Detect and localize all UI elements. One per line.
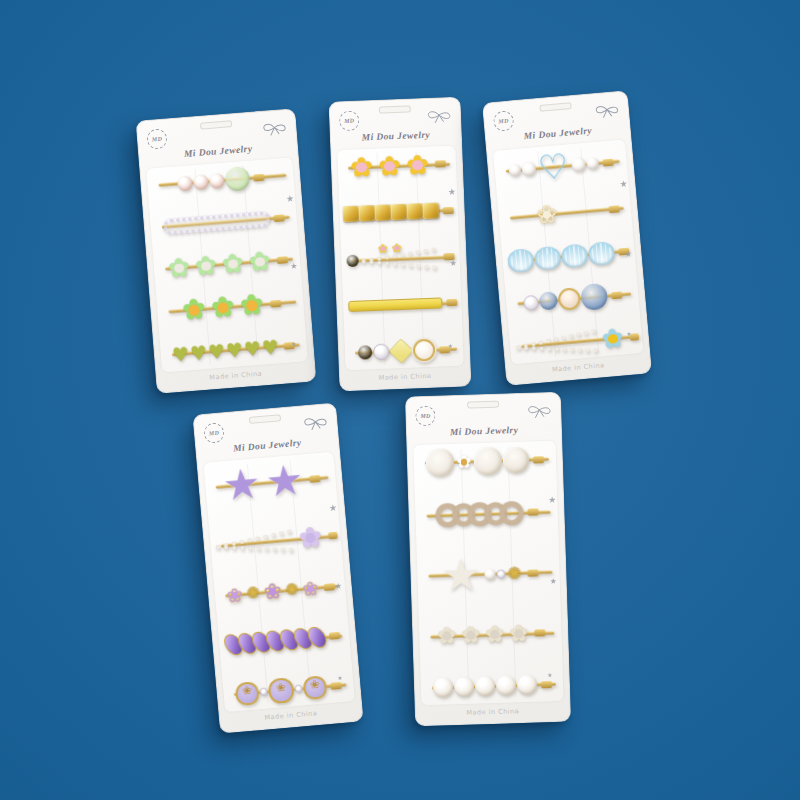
bead-rose: ❀ xyxy=(261,580,284,603)
bead-gem xyxy=(343,206,360,223)
blue-disc-pearl-dome-clip xyxy=(508,280,636,317)
bead-flower: ✿ xyxy=(377,242,389,254)
bead-flower: ✿ xyxy=(192,252,220,280)
brand-logo: MD xyxy=(493,110,515,132)
clip-rows: ✿★✺✿✿✿✿ xyxy=(417,445,561,701)
bead-flower: ✿ xyxy=(435,624,459,648)
cream-round-bead-clip xyxy=(424,671,561,701)
bead-shell xyxy=(587,240,615,265)
bead-pearl xyxy=(516,675,537,696)
star-accent-icon: ★ xyxy=(626,330,632,337)
brand-logo: MD xyxy=(339,110,360,131)
star-accent-icon: ★ xyxy=(291,339,297,346)
bead-flower: ✿ xyxy=(403,151,431,179)
white-starfish-pearl-clip: ★✺ xyxy=(420,550,557,598)
bead-diamond xyxy=(388,338,413,363)
bead-flower: ✿ xyxy=(237,290,267,320)
brand-title: Mi Dou Jewelry xyxy=(407,424,561,439)
hairclip-card-blue: MDMi Dou Jewelry♡❀✿★★★Made in China xyxy=(482,90,652,386)
bead-shell xyxy=(534,245,562,270)
bead-star: ★ xyxy=(219,462,265,508)
bead-disc xyxy=(538,291,558,311)
bead-rose: ❀ xyxy=(224,585,245,606)
star-accent-icon: ★ xyxy=(548,495,556,505)
bead-gem xyxy=(374,205,391,222)
made-in-label: Made in China xyxy=(340,370,470,383)
bead-flower: ✿ xyxy=(391,242,403,254)
green-flower-rhinestone-clip: ✿✿✿✿ xyxy=(156,246,298,283)
yellow-enamel-bar-clip xyxy=(346,290,459,320)
star-accent-icon: ★ xyxy=(328,502,337,513)
bead-shell xyxy=(507,248,535,273)
bead-gem xyxy=(422,203,439,220)
pearl-triangle-crystal-flower-clip: ✿ xyxy=(213,521,339,560)
purple-glitter-starfish-clip: ★★ xyxy=(207,456,334,509)
bead-disc xyxy=(224,166,250,192)
bead-rose: ❀ xyxy=(300,578,321,599)
bead-tri: ✿✿ xyxy=(359,247,440,270)
star-accent-icon: ★ xyxy=(337,673,343,680)
bead-leaf xyxy=(559,206,584,219)
brand-title: Mi Dou Jewelry xyxy=(331,129,461,144)
hairclip-card-yellow: MDMi Dou Jewelry✿✿✿✿✿★★★Made in China xyxy=(328,97,471,392)
hairclip-card-purple: MDMi Dou Jewelry★★✿❀✺❀✺❀★★★Made in China xyxy=(192,402,363,733)
bead-flower: ✿ xyxy=(507,622,531,646)
ribbon-bow-icon xyxy=(426,107,453,125)
bead-rh xyxy=(496,569,505,578)
blue-shell-row-clip xyxy=(505,237,633,274)
bead-flower: ✿ xyxy=(165,254,193,282)
blue-backdrop: MDMi Dou Jewelry✿✿✿✿✿✿✿♥♥♥♥♥♥★★★Made in … xyxy=(0,0,800,800)
star-accent-icon: ★ xyxy=(624,249,632,259)
star-accent-icon: ★ xyxy=(290,262,298,272)
bead-shell xyxy=(561,243,589,268)
bead-leaf xyxy=(510,210,535,223)
iridescent-rhinestone-rectangle-clip xyxy=(153,204,295,241)
star-accent-icon: ★ xyxy=(448,187,456,197)
bead-shelldisc xyxy=(426,448,455,477)
bead-flower: ✿ xyxy=(459,623,483,647)
bead-pearl xyxy=(508,164,521,177)
clip-rows: ✿✿✿✿✿ xyxy=(341,150,461,366)
bead-leaf xyxy=(584,205,605,217)
bead-pearl xyxy=(586,157,599,170)
star-accent-icon: ★ xyxy=(549,577,556,586)
purple-rose-gold-filigree-clip: ❀✺❀✺❀ xyxy=(217,573,343,610)
bead-tri xyxy=(512,329,600,358)
star-accent-icon: ★ xyxy=(619,179,628,190)
ribbon-bow-icon xyxy=(526,402,553,420)
bead-dome xyxy=(557,287,581,311)
brand-logo: MD xyxy=(146,128,168,150)
bead-rh xyxy=(373,344,390,361)
bead-filigree: ✺ xyxy=(244,585,261,602)
bead-flower: ✿ xyxy=(375,152,403,180)
bead-flower: ✿ xyxy=(208,292,238,322)
bead-gem xyxy=(406,203,423,220)
bead-pearl xyxy=(521,162,536,177)
bead-flower: ✿ xyxy=(599,324,627,352)
bead-star: ★ xyxy=(262,458,308,504)
bead-gem xyxy=(390,204,407,221)
bead-tri xyxy=(213,528,297,557)
bead-disc xyxy=(358,345,373,360)
bead-gem xyxy=(359,205,376,222)
brand-logo: MD xyxy=(203,422,225,444)
star-accent-icon: ★ xyxy=(449,259,457,268)
white-rose-blue-leaf-clip: ❀ xyxy=(501,195,629,232)
ribbon-bow-icon xyxy=(593,101,620,120)
bead-bar xyxy=(348,298,442,313)
bead-pearl xyxy=(176,175,192,191)
bead-pearlrim xyxy=(413,339,436,362)
bead-star: ★ xyxy=(438,552,483,597)
bead-rectdot xyxy=(163,211,270,234)
shell-disc-white-flower-clip: ✿ xyxy=(417,445,554,477)
hang-slot xyxy=(379,105,411,113)
bead-flower: ✿ xyxy=(219,250,247,278)
brand-logo: MD xyxy=(415,406,436,427)
bead-flower: ✿ xyxy=(295,522,325,552)
green-flower-yellow-center-clip: ✿✿✿ xyxy=(160,287,302,326)
bead-pearl xyxy=(208,172,224,188)
bead-flower: ✿ xyxy=(179,295,209,325)
bead-filigree: ✺ xyxy=(283,581,300,598)
bead-pearl xyxy=(192,174,208,190)
made-in-label: Made in China xyxy=(416,706,570,719)
bead-pearl xyxy=(495,675,516,696)
hang-slot xyxy=(200,120,232,129)
bead-rh xyxy=(259,687,268,696)
ribbon-bow-icon xyxy=(302,413,329,432)
bead-pearl xyxy=(484,568,495,579)
cream-flower-bud-clip: ✿✿✿✿ xyxy=(422,619,559,649)
bead-pearl xyxy=(432,677,453,698)
bead-flower: ✿ xyxy=(348,153,376,181)
bead-shelldisc xyxy=(503,447,530,474)
bead-charm xyxy=(235,681,260,706)
hairclip-card-cream: MDMi Dou Jewelry✿★✺✿✿✿✿★★★Made in China xyxy=(405,392,571,727)
bead-disc xyxy=(580,283,608,311)
yellow-daisy-pink-center-clip: ✿✿✿ xyxy=(341,150,454,181)
bead-pearl xyxy=(474,676,495,697)
bead-rh xyxy=(522,294,538,310)
bead-heart: ♥ xyxy=(260,337,280,357)
clip-rows: ♡❀✿ xyxy=(496,144,639,360)
pearl-triangle-yellow-flower-clip: ✿✿ xyxy=(344,243,457,273)
bead-flower: ✿ xyxy=(455,452,474,471)
clip-rows: ✿✿✿✿✿✿✿♥♥♥♥♥♥ xyxy=(150,162,305,368)
mixed-disc-diamond-pearl-clip xyxy=(348,336,461,366)
bead-hearto: ♡ xyxy=(535,149,572,186)
bead-pearl xyxy=(453,677,474,698)
star-accent-icon: ★ xyxy=(547,671,553,678)
hang-slot xyxy=(539,102,571,112)
triangle-clip-accents: ✿✿ xyxy=(377,242,403,255)
bead-filigree: ✺ xyxy=(506,564,524,582)
bead-rose: ❀ xyxy=(534,202,560,228)
bead-shelldisc xyxy=(473,447,502,476)
clip-rows: ★★✿❀✺❀✺❀ xyxy=(207,456,352,708)
star-accent-icon: ★ xyxy=(286,194,295,205)
hang-slot xyxy=(249,414,281,424)
bead-pearl xyxy=(571,157,586,172)
bead-charm xyxy=(303,675,328,700)
gold-crystal-square-clip xyxy=(342,197,455,227)
hairclip-card-green: MDMi Dou Jewelry✿✿✿✿✿✿✿♥♥♥♥♥♥★★★Made in … xyxy=(135,108,316,394)
ribbon-bow-icon xyxy=(261,119,288,138)
star-accent-icon: ★ xyxy=(334,582,342,592)
hang-slot xyxy=(467,401,499,409)
acrylic-chain-link-clip xyxy=(418,498,555,528)
purple-marquise-crystal-clip xyxy=(221,622,347,659)
bead-flower: ✿ xyxy=(483,622,507,646)
bead-rh xyxy=(294,684,303,693)
bead-charm xyxy=(268,677,295,704)
bead-disc xyxy=(346,254,358,266)
star-accent-icon: ★ xyxy=(447,342,453,349)
bead-flower: ✿ xyxy=(246,247,274,275)
